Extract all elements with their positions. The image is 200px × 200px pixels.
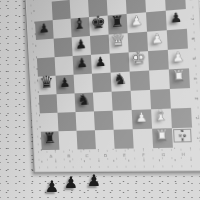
chessboard-photo: ♞♛♚♜ABCDEFGH87654321 ♟♝♚♜♟♟♟♛♟♟♟♚♟♛♟♞♜♞♟… [0,0,200,200]
piece-black-knight-c3[interactable]: ♞ [77,92,91,107]
square-e2[interactable] [113,110,133,130]
rank-label-1: 1 [196,136,200,139]
square-c1[interactable] [77,130,96,149]
piece-black-rook-e7[interactable]: ♜ [110,13,124,29]
board-perspective-wrap: ♞♛♚♜ABCDEFGH87654321 ♟♝♚♜♟♟♟♛♟♟♟♚♟♛♟♞♜♞♟… [25,0,200,172]
piece-white-rook-h4[interactable]: ♜ [171,68,186,84]
rank-label-5: 5 [191,57,197,60]
file-label-c: C [86,153,89,158]
piece-white-king-f5[interactable]: ♚ [130,49,146,67]
square-a3[interactable] [39,94,58,113]
file-label-g: G [162,152,166,157]
piece-white-pawn-f2[interactable]: ♟ [135,110,148,124]
square-f4[interactable] [130,71,150,91]
piece-black-pawn-d5[interactable]: ♟ [94,55,106,69]
square-d4[interactable] [92,73,112,93]
captured-black-pawn-1: ♟ [45,179,59,195]
square-g4[interactable] [149,69,170,89]
square-b6[interactable] [54,37,73,57]
file-label-a: A [49,154,52,159]
piece-white-rook-g1[interactable]: ♜ [155,128,170,144]
square-a8[interactable] [34,2,53,22]
piece-black-queen-a4[interactable]: ♛ [39,74,54,91]
file-label-e: E [123,153,126,158]
file-label-f: F [142,152,145,157]
square-d6[interactable] [90,35,110,55]
chess-board-mat: ♞♛♚♜ABCDEFGH87654321 ♟♝♚♜♟♟♟♛♟♟♟♚♟♛♟♞♜♞♟… [25,0,200,172]
square-b7[interactable] [53,19,72,39]
piece-white-queen-e6[interactable]: ♛ [110,31,126,49]
piece-white-pawn-f7[interactable]: ♟ [130,13,143,27]
square-a6[interactable] [36,39,55,59]
captured-black-pawn-3: ♟ [87,173,101,189]
square-d2[interactable] [94,111,114,131]
square-f3[interactable] [131,90,151,110]
square-h3[interactable] [170,88,191,109]
piece-white-pawn-g6[interactable]: ♟ [151,31,164,45]
square-c2[interactable] [76,111,95,130]
square-d3[interactable] [93,92,113,112]
piece-black-pawn-h7[interactable]: ♟ [169,10,182,24]
piece-black-king-d7[interactable]: ♚ [90,14,106,32]
file-label-b: B [67,154,70,159]
file-label-d: D [104,153,107,158]
square-g5[interactable] [148,50,169,71]
square-f1[interactable] [133,129,153,149]
square-d1[interactable] [95,130,115,149]
piece-black-bishop-c7[interactable]: ♝ [73,16,87,32]
square-b3[interactable] [57,93,76,112]
square-b5[interactable] [55,56,74,76]
square-b1[interactable] [58,131,77,150]
piece-black-rook-a1[interactable]: ♜ [43,131,56,146]
piece-black-pawn-b4[interactable]: ♟ [59,76,71,89]
square-b2[interactable] [58,112,77,131]
rank-label-6: 6 [190,37,196,40]
file-label-h: H [182,152,185,157]
square-h2[interactable] [171,108,192,128]
piece-black-pawn-c6[interactable]: ♟ [75,37,87,51]
square-h6[interactable] [167,29,188,50]
captured-black-pawn-2: ♟ [64,175,78,191]
board-logo-emblem: ♞♛♚♜ [172,128,193,143]
rank-label-4: 4 [192,76,198,79]
rank-label-2: 2 [194,116,200,119]
square-e3[interactable] [112,91,132,111]
piece-white-pawn-h5[interactable]: ♟ [171,49,184,63]
piece-black-pawn-c5[interactable]: ♟ [76,56,88,70]
square-g7[interactable] [146,11,167,32]
piece-white-bishop-g2[interactable]: ♝ [153,108,168,124]
piece-black-knight-e4[interactable]: ♞ [113,71,127,87]
rank-label-7: 7 [189,17,195,20]
piece-black-pawn-a7[interactable]: ♟ [38,21,49,34]
square-b8[interactable] [52,0,71,20]
square-e1[interactable] [114,129,134,149]
rank-label-3: 3 [193,96,199,99]
